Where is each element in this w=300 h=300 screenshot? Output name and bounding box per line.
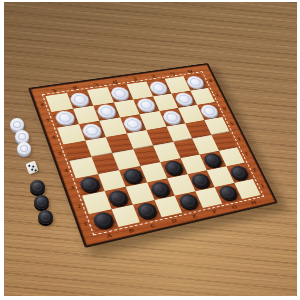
rank-label-right-6: 6	[221, 106, 226, 111]
rank-label-right-8: 8	[207, 77, 212, 82]
file-label-top-D: D	[112, 79, 119, 84]
rank-label-right-2: 2	[251, 166, 257, 172]
file-label-top-G: G	[169, 71, 176, 76]
rank-label-left-6: 6	[51, 134, 56, 140]
rank-label-left-8: 8	[40, 102, 45, 108]
file-label-bottom-E: E	[191, 212, 198, 219]
file-label-top-A: A	[51, 87, 58, 93]
rank-label-left-2: 2	[76, 203, 82, 210]
file-label-bottom-C: C	[149, 222, 156, 229]
rank-label-right-4: 4	[236, 135, 241, 141]
rank-label-left-1: 1	[83, 221, 89, 228]
file-label-top-B: B	[72, 85, 78, 91]
file-label-bottom-A: A	[105, 232, 113, 239]
file-label-bottom-H: H	[250, 199, 257, 206]
file-label-top-C: C	[92, 82, 99, 88]
file-label-bottom-F: F	[211, 208, 218, 215]
file-label-bottom-D: D	[170, 217, 177, 224]
rank-label-left-5: 5	[57, 150, 63, 156]
rank-label-right-3: 3	[244, 151, 249, 157]
file-label-top-H: H	[187, 68, 194, 73]
rank-label-left-7: 7	[45, 118, 50, 124]
file-label-bottom-B: B	[128, 227, 135, 234]
rank-label-left-4: 4	[63, 167, 69, 173]
rank-label-right-1: 1	[259, 183, 265, 189]
file-label-top-E: E	[131, 76, 137, 81]
file-label-top-F: F	[151, 74, 157, 79]
rank-label-right-5: 5	[229, 120, 234, 125]
product-photo: AA88BB77CC66DD55EE44FF33GG22HH11	[0, 0, 300, 300]
rank-label-left-3: 3	[70, 185, 76, 191]
rank-label-right-7: 7	[214, 91, 219, 96]
file-label-bottom-G: G	[231, 203, 239, 210]
